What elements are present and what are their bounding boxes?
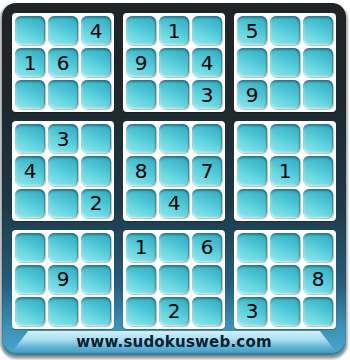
cell-r1c5: 1 <box>159 16 189 45</box>
cell-r9c9[interactable] <box>303 297 333 326</box>
cell-r7c5[interactable] <box>159 233 189 262</box>
cell-r6c9[interactable] <box>303 189 333 218</box>
cell-r4c7[interactable] <box>237 124 267 153</box>
cell-r8c5[interactable] <box>159 265 189 294</box>
cell-r7c3[interactable] <box>81 233 111 262</box>
cell-r1c4[interactable] <box>126 16 156 45</box>
box-4: 342 <box>12 121 114 220</box>
cell-r4c9[interactable] <box>303 124 333 153</box>
cell-r4c1[interactable] <box>15 124 45 153</box>
cell-r7c8[interactable] <box>270 233 300 262</box>
cell-r6c5: 4 <box>159 189 189 218</box>
cell-r1c9[interactable] <box>303 16 333 45</box>
cell-r1c6[interactable] <box>192 16 222 45</box>
cell-r4c3[interactable] <box>81 124 111 153</box>
cell-r5c8: 1 <box>270 156 300 185</box>
box-5: 874 <box>123 121 225 220</box>
cell-r5c3[interactable] <box>81 156 111 185</box>
cell-r2c3[interactable] <box>81 48 111 77</box>
cell-r9c6[interactable] <box>192 297 222 326</box>
cell-r6c3: 2 <box>81 189 111 218</box>
sudoku-board: 4161943593428741916283 <box>12 13 336 329</box>
cell-r5c7[interactable] <box>237 156 267 185</box>
cell-r6c8[interactable] <box>270 189 300 218</box>
cell-r3c7: 9 <box>237 80 267 109</box>
cell-r1c2[interactable] <box>48 16 78 45</box>
cell-r7c4: 1 <box>126 233 156 262</box>
cell-r4c5[interactable] <box>159 124 189 153</box>
cell-r6c7[interactable] <box>237 189 267 218</box>
cell-r5c9[interactable] <box>303 156 333 185</box>
cell-r8c4[interactable] <box>126 265 156 294</box>
cell-r7c9[interactable] <box>303 233 333 262</box>
cell-r8c6[interactable] <box>192 265 222 294</box>
site-url[interactable]: www.sudokusweb.com <box>76 333 271 351</box>
cell-r2c7[interactable] <box>237 48 267 77</box>
cell-r7c1[interactable] <box>15 233 45 262</box>
cell-r1c8[interactable] <box>270 16 300 45</box>
box-8: 162 <box>123 230 225 329</box>
cell-r1c3: 4 <box>81 16 111 45</box>
cell-r8c8[interactable] <box>270 265 300 294</box>
cell-r8c3[interactable] <box>81 265 111 294</box>
cell-r4c2: 3 <box>48 124 78 153</box>
cell-r3c6: 3 <box>192 80 222 109</box>
cell-r4c4[interactable] <box>126 124 156 153</box>
box-1: 416 <box>12 13 114 112</box>
cell-r9c4[interactable] <box>126 297 156 326</box>
cell-r1c1[interactable] <box>15 16 45 45</box>
box-6: 1 <box>234 121 336 220</box>
cell-r3c4[interactable] <box>126 80 156 109</box>
cell-r4c8[interactable] <box>270 124 300 153</box>
cell-r7c7[interactable] <box>237 233 267 262</box>
cell-r6c4[interactable] <box>126 189 156 218</box>
cell-r2c1: 1 <box>15 48 45 77</box>
cell-r9c3[interactable] <box>81 297 111 326</box>
cell-r6c2[interactable] <box>48 189 78 218</box>
cell-r4c6[interactable] <box>192 124 222 153</box>
cell-r8c7[interactable] <box>237 265 267 294</box>
cell-r3c2[interactable] <box>48 80 78 109</box>
cell-r8c9: 8 <box>303 265 333 294</box>
cell-r1c7: 5 <box>237 16 267 45</box>
cell-r3c9[interactable] <box>303 80 333 109</box>
cell-r3c1[interactable] <box>15 80 45 109</box>
cell-r2c5[interactable] <box>159 48 189 77</box>
cell-r5c5[interactable] <box>159 156 189 185</box>
cell-r5c2[interactable] <box>48 156 78 185</box>
box-7: 9 <box>12 230 114 329</box>
cell-r6c6[interactable] <box>192 189 222 218</box>
cell-r2c9[interactable] <box>303 48 333 77</box>
cell-r9c1[interactable] <box>15 297 45 326</box>
cell-r7c6: 6 <box>192 233 222 262</box>
cell-r3c5[interactable] <box>159 80 189 109</box>
cell-r3c3[interactable] <box>81 80 111 109</box>
cell-r5c1: 4 <box>15 156 45 185</box>
cell-r8c2: 9 <box>48 265 78 294</box>
cell-r8c1[interactable] <box>15 265 45 294</box>
board-frame: 4161943593428741916283 www.sudokusweb.co… <box>2 3 346 355</box>
cell-r2c8[interactable] <box>270 48 300 77</box>
cell-r2c2: 6 <box>48 48 78 77</box>
cell-r9c8[interactable] <box>270 297 300 326</box>
box-2: 1943 <box>123 13 225 112</box>
cell-r7c2[interactable] <box>48 233 78 262</box>
footer-bar: www.sudokusweb.com <box>12 331 336 352</box>
cell-r5c6: 7 <box>192 156 222 185</box>
cell-r5c4: 8 <box>126 156 156 185</box>
cell-r2c6: 4 <box>192 48 222 77</box>
cell-r2c4: 9 <box>126 48 156 77</box>
cell-r3c8[interactable] <box>270 80 300 109</box>
box-9: 83 <box>234 230 336 329</box>
cell-r6c1[interactable] <box>15 189 45 218</box>
cell-r9c2[interactable] <box>48 297 78 326</box>
cell-r9c7: 3 <box>237 297 267 326</box>
box-3: 59 <box>234 13 336 112</box>
cell-r9c5: 2 <box>159 297 189 326</box>
